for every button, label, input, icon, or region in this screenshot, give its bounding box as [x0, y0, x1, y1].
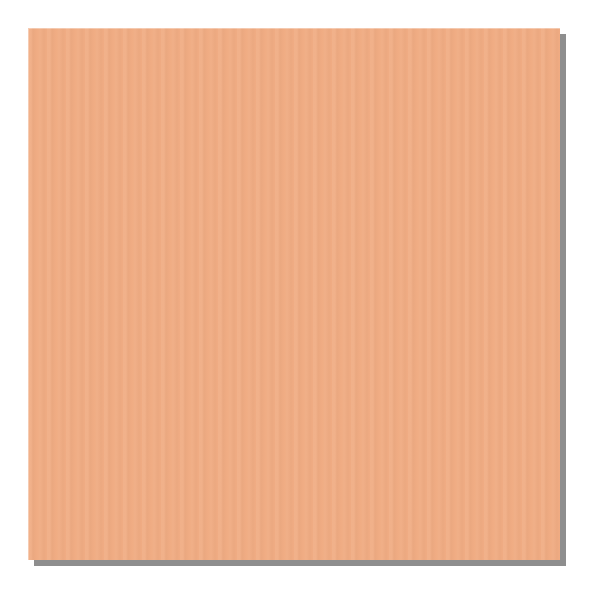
go-board[interactable] [28, 28, 560, 560]
go-diagram-page [0, 0, 600, 600]
